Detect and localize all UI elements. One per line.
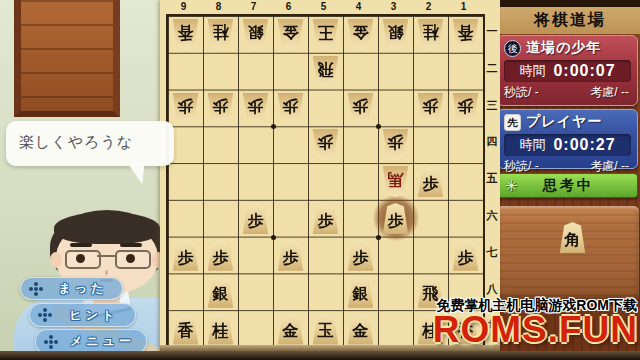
- watermark-brand: ROMS.FUN: [433, 309, 638, 351]
- thinking-status-bar: ✳ 思考中: [497, 173, 638, 198]
- rank-label: 二: [484, 61, 500, 76]
- rank-label: 四: [484, 134, 500, 149]
- player-time-value: 0:00:27: [553, 136, 615, 154]
- shogi-piece-P[interactable]: 歩: [172, 240, 199, 271]
- piece-kanji: 歩: [353, 250, 369, 266]
- piece-kanji: 銀: [248, 24, 264, 40]
- hint-button-label: ヒント: [53, 307, 135, 324]
- opponent-clock: 時間 0:00:07: [504, 60, 631, 82]
- piece-kanji: 桂: [213, 323, 229, 339]
- piece-kanji: 玉: [318, 323, 334, 339]
- shogi-piece-bishop-in-hand[interactable]: 角: [559, 222, 586, 253]
- table-edge: [0, 351, 640, 360]
- rank-label: 三: [484, 98, 500, 113]
- piece-kanji: 歩: [283, 250, 299, 266]
- shogi-piece-p[interactable]: 歩: [207, 93, 234, 124]
- gote-badge: 後: [504, 40, 521, 57]
- piece-kanji: 歩: [248, 98, 264, 114]
- shogi-piece-p[interactable]: 歩: [347, 93, 374, 124]
- opponent-byoyomi: 秒読/ -: [504, 84, 539, 101]
- piece-kanji: 金: [283, 24, 299, 40]
- speech-bubble: 楽しくやろうな: [6, 121, 174, 166]
- piece-kanji: 金: [283, 323, 299, 339]
- shogi-piece-G[interactable]: 金: [347, 313, 374, 344]
- dpad-icon: [28, 281, 44, 297]
- dpad-icon: [37, 307, 53, 323]
- shogi-piece-+b[interactable]: 馬: [382, 166, 409, 197]
- file-label: 1: [446, 0, 481, 13]
- piece-kanji: 桂: [213, 24, 229, 40]
- spinner-icon: ✳: [505, 177, 518, 195]
- shogi-piece-S[interactable]: 銀: [207, 276, 234, 307]
- piece-kanji: 飛: [318, 61, 334, 77]
- shogi-piece-k[interactable]: 王: [312, 19, 339, 50]
- shogi-piece-P[interactable]: 歩: [277, 240, 304, 271]
- piece-kanji: 歩: [353, 98, 369, 114]
- shogi-piece-G[interactable]: 金: [277, 313, 304, 344]
- avatar-eyebrow: [70, 243, 92, 247]
- piece-kanji: 銀: [388, 24, 404, 40]
- piece-kanji: 香: [178, 24, 194, 40]
- avatar-bangs: [54, 212, 160, 244]
- rank-label: 七: [484, 245, 500, 260]
- shogi-piece-s[interactable]: 銀: [382, 19, 409, 50]
- shogi-piece-n[interactable]: 桂: [207, 19, 234, 50]
- avatar-ear: [50, 252, 62, 268]
- piece-kanji: 歩: [213, 250, 229, 266]
- hint-button[interactable]: ヒント: [29, 303, 136, 327]
- piece-kanji: 銀: [353, 286, 369, 302]
- star-point: [271, 235, 276, 240]
- player-info-panel: 先 プレイヤー 時間 0:00:27 秒読/ - 考慮/ --: [497, 109, 638, 169]
- piece-kanji: 桂: [423, 24, 439, 40]
- shogi-piece-S[interactable]: 銀: [347, 276, 374, 307]
- rank-label: 五: [484, 171, 500, 186]
- shogi-piece-l[interactable]: 香: [452, 19, 479, 50]
- right-top-strip: [500, 0, 640, 7]
- piece-kanji: 歩: [318, 134, 334, 150]
- shogi-piece-p[interactable]: 歩: [277, 93, 304, 124]
- time-label: 時間: [519, 136, 545, 154]
- piece-kanji: 銀: [213, 286, 229, 302]
- glasses-bridge: [97, 255, 115, 257]
- player-clock: 時間 0:00:27: [504, 134, 631, 156]
- piece-kanji: 歩: [458, 98, 474, 114]
- shogi-piece-p[interactable]: 歩: [312, 129, 339, 160]
- undo-button-label: まった: [44, 280, 122, 297]
- avatar-nose: [105, 270, 108, 275]
- shogi-piece-P[interactable]: 歩: [347, 240, 374, 271]
- opponent-consideration: 考慮/ --: [590, 84, 629, 101]
- shogi-game-screen: 楽しくやろうな まった ヒント メニュー 9 8 7 6 5 4 3 2 1 一…: [0, 0, 640, 360]
- file-label: 4: [341, 0, 376, 13]
- file-label: 2: [411, 0, 446, 13]
- undo-button[interactable]: まった: [20, 277, 123, 300]
- star-point: [376, 235, 381, 240]
- file-label: 6: [271, 0, 306, 13]
- file-label: 7: [236, 0, 271, 13]
- file-label: 3: [376, 0, 411, 13]
- captured-pieces-tray: 角: [497, 206, 639, 301]
- shogi-piece-L[interactable]: 香: [172, 313, 199, 344]
- star-point: [271, 124, 276, 129]
- shogi-piece-P[interactable]: 歩: [452, 240, 479, 271]
- shogi-piece-r[interactable]: 飛: [312, 56, 339, 87]
- shogi-piece-p[interactable]: 歩: [172, 93, 199, 124]
- shogi-piece-p[interactable]: 歩: [382, 129, 409, 160]
- piece-kanji: 金: [353, 323, 369, 339]
- file-label: 8: [201, 0, 236, 13]
- piece-kanji: 王: [318, 24, 334, 40]
- shogi-piece-P[interactable]: 歩: [312, 203, 339, 234]
- rank-label: 六: [484, 208, 500, 223]
- shogi-piece-g[interactable]: 金: [347, 19, 374, 50]
- file-label: 5: [306, 0, 341, 13]
- shogi-piece-p[interactable]: 歩: [417, 93, 444, 124]
- piece-kanji: 香: [458, 24, 474, 40]
- shogi-piece-p[interactable]: 歩: [452, 93, 479, 124]
- piece-kanji: 歩: [423, 176, 439, 192]
- piece-kanji: 歩: [423, 98, 439, 114]
- piece-kanji: 歩: [458, 250, 474, 266]
- player-name: プレイヤー: [526, 113, 602, 131]
- piece-kanji: 馬: [388, 171, 404, 187]
- rank-label: 八: [484, 282, 500, 297]
- piece-kanji: 歩: [388, 213, 404, 229]
- thinking-status-label: 思考中: [518, 177, 619, 195]
- shogi-piece-K[interactable]: 玉: [312, 313, 339, 344]
- wooden-door: [14, 0, 120, 117]
- speech-text: 楽しくやろうな: [19, 133, 133, 152]
- shogi-piece-l[interactable]: 香: [172, 19, 199, 50]
- piece-kanji: 歩: [318, 213, 334, 229]
- avatar-eye: [126, 254, 135, 263]
- piece-kanji: 歩: [178, 250, 194, 266]
- piece-kanji: 金: [353, 24, 369, 40]
- mode-title: 将棋道場: [500, 7, 640, 34]
- piece-kanji: 歩: [178, 98, 194, 114]
- piece-kanji: 角: [565, 232, 581, 248]
- menu-button-label: メニュー: [59, 333, 146, 350]
- opponent-info-panel: 後 道場の少年 時間 0:00:07 秒読/ - 考慮/ --: [497, 35, 638, 106]
- shogi-piece-P[interactable]: 歩: [242, 203, 269, 234]
- star-point: [376, 124, 381, 129]
- shogi-piece-g[interactable]: 金: [277, 19, 304, 50]
- piece-kanji: 歩: [388, 134, 404, 150]
- piece-kanji: 歩: [248, 213, 264, 229]
- sente-badge: 先: [504, 114, 521, 131]
- shogi-piece-N[interactable]: 桂: [207, 313, 234, 344]
- file-label: 9: [166, 0, 201, 13]
- shogi-piece-n[interactable]: 桂: [417, 19, 444, 50]
- piece-kanji: 香: [178, 323, 194, 339]
- piece-kanji: 歩: [213, 98, 229, 114]
- shogi-piece-s[interactable]: 銀: [242, 19, 269, 50]
- piece-kanji: 歩: [283, 98, 299, 114]
- opponent-time-value: 0:00:07: [553, 62, 615, 80]
- shogi-piece-P[interactable]: 歩: [207, 240, 234, 271]
- rank-label: 一: [484, 24, 500, 39]
- avatar-eyebrow: [120, 243, 142, 247]
- shogi-piece-p[interactable]: 歩: [242, 93, 269, 124]
- time-label: 時間: [519, 62, 545, 80]
- shogi-piece-P[interactable]: 歩: [417, 166, 444, 197]
- opponent-name: 道場の少年: [526, 39, 601, 57]
- dpad-icon: [43, 334, 59, 350]
- avatar-eye: [76, 254, 85, 263]
